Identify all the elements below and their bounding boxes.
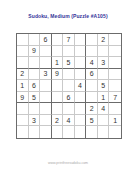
cell-r8c3 — [40, 115, 52, 127]
cell-r6c7 — [86, 92, 98, 104]
cell-r4c4: 9 — [52, 69, 64, 81]
page-title: Sudoku, Medium (Puzzle #A105) — [0, 13, 136, 19]
cell-r5c1: 1 — [17, 80, 29, 92]
cell-r9c7 — [86, 126, 98, 138]
footer-url: www.printfreesudoku.com — [0, 161, 136, 165]
cell-r7c3 — [40, 103, 52, 115]
cell-r7c7: 2 — [86, 103, 98, 115]
cell-r8c5: 4 — [63, 115, 75, 127]
cell-r3c7: 4 — [86, 57, 98, 69]
cell-r9c9 — [109, 126, 121, 138]
sudoku-grid: 6729154323961645956172432451 — [16, 33, 122, 139]
cell-r8c9: 1 — [109, 115, 121, 127]
cell-r2c4 — [52, 46, 64, 58]
cell-r9c4 — [52, 126, 64, 138]
cell-r7c6 — [75, 103, 87, 115]
cell-r5c3 — [40, 80, 52, 92]
cell-r5c9 — [109, 80, 121, 92]
cell-r6c9: 7 — [109, 92, 121, 104]
cell-r2c7 — [86, 46, 98, 58]
cell-r3c2 — [29, 57, 41, 69]
cell-r2c5 — [63, 46, 75, 58]
cell-r1c2 — [29, 34, 41, 46]
cell-r5c2: 6 — [29, 80, 41, 92]
cell-r5c5 — [63, 80, 75, 92]
cell-r6c4 — [52, 92, 64, 104]
cell-r7c1 — [17, 103, 29, 115]
cell-r8c7: 5 — [86, 115, 98, 127]
cell-r9c5 — [63, 126, 75, 138]
cell-r9c8 — [98, 126, 110, 138]
cell-r7c9 — [109, 103, 121, 115]
cell-r4c7: 6 — [86, 69, 98, 81]
cell-r6c6 — [75, 92, 87, 104]
cell-r5c6: 4 — [75, 80, 87, 92]
cell-r4c8 — [98, 69, 110, 81]
cell-r1c1 — [17, 34, 29, 46]
cell-r5c7 — [86, 80, 98, 92]
cell-r8c8 — [98, 115, 110, 127]
cell-r4c9 — [109, 69, 121, 81]
cell-r3c4: 1 — [52, 57, 64, 69]
cell-r8c6 — [75, 115, 87, 127]
cell-r4c3: 3 — [40, 69, 52, 81]
cell-r6c2: 5 — [29, 92, 41, 104]
cell-r5c8: 5 — [98, 80, 110, 92]
cell-r7c5 — [63, 103, 75, 115]
cell-r2c3 — [40, 46, 52, 58]
cell-r9c2 — [29, 126, 41, 138]
cell-r9c1 — [17, 126, 29, 138]
cell-r2c8 — [98, 46, 110, 58]
cell-r6c8: 1 — [98, 92, 110, 104]
cell-r3c9 — [109, 57, 121, 69]
cell-r1c5: 7 — [63, 34, 75, 46]
cell-r6c5: 6 — [63, 92, 75, 104]
cell-r7c4 — [52, 103, 64, 115]
cell-r6c1: 9 — [17, 92, 29, 104]
cell-r8c1 — [17, 115, 29, 127]
cell-r3c8: 3 — [98, 57, 110, 69]
cell-r2c1 — [17, 46, 29, 58]
cell-r7c8: 4 — [98, 103, 110, 115]
cell-r3c6 — [75, 57, 87, 69]
cell-r7c2 — [29, 103, 41, 115]
cell-r2c6 — [75, 46, 87, 58]
cell-r4c2 — [29, 69, 41, 81]
cell-r8c2: 3 — [29, 115, 41, 127]
cell-r1c3: 6 — [40, 34, 52, 46]
cell-r6c3 — [40, 92, 52, 104]
cell-r1c9 — [109, 34, 121, 46]
cell-r8c4: 2 — [52, 115, 64, 127]
cell-r1c7 — [86, 34, 98, 46]
cell-r2c2: 9 — [29, 46, 41, 58]
cell-r1c6 — [75, 34, 87, 46]
cell-r1c8: 2 — [98, 34, 110, 46]
cell-r1c4 — [52, 34, 64, 46]
cell-r2c9 — [109, 46, 121, 58]
cell-r9c3 — [40, 126, 52, 138]
cell-r9c6 — [75, 126, 87, 138]
cell-r3c5: 5 — [63, 57, 75, 69]
cell-r3c1 — [17, 57, 29, 69]
cell-r4c1: 2 — [17, 69, 29, 81]
cell-r4c6 — [75, 69, 87, 81]
cell-r5c4 — [52, 80, 64, 92]
cell-r3c3 — [40, 57, 52, 69]
cell-r4c5 — [63, 69, 75, 81]
